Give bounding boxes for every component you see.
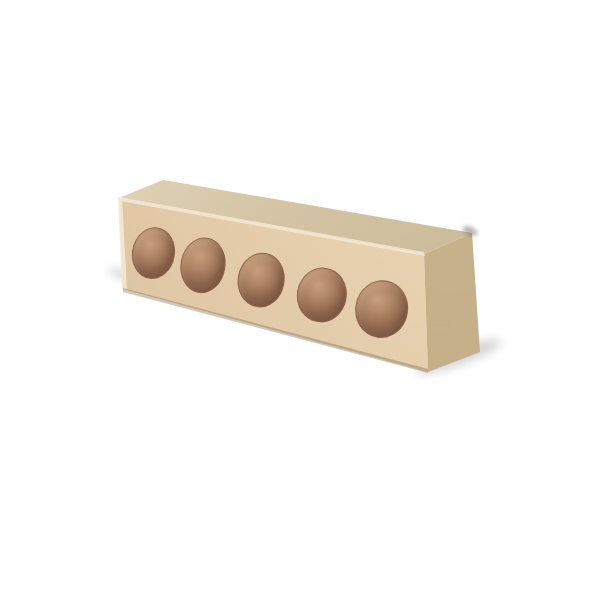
pit-5[interactable] bbox=[351, 276, 413, 342]
mancala-pit-block bbox=[0, 0, 600, 600]
photo-canvas bbox=[0, 0, 600, 600]
pit-1[interactable] bbox=[128, 224, 179, 283]
pit-4[interactable] bbox=[292, 263, 351, 326]
pit-3[interactable] bbox=[234, 249, 290, 311]
